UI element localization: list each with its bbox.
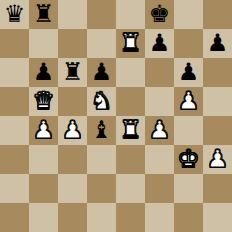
square-b7[interactable] (29, 29, 58, 58)
square-e7[interactable]: ♜ (116, 29, 145, 58)
square-f8[interactable]: ♚ (145, 0, 174, 29)
white-pawn-b4[interactable]: ♟ (33, 116, 55, 145)
square-h2[interactable] (203, 174, 232, 203)
square-h3[interactable]: ♟ (203, 145, 232, 174)
square-e3[interactable] (116, 145, 145, 174)
square-b8[interactable]: ♜ (29, 0, 58, 29)
white-rook-e7[interactable]: ♜ (120, 29, 142, 58)
square-c5[interactable] (58, 87, 87, 116)
square-g7[interactable] (174, 29, 203, 58)
square-c2[interactable] (58, 174, 87, 203)
black-king-f8[interactable]: ♚ (149, 0, 171, 29)
black-rook-b8[interactable]: ♜ (33, 0, 55, 29)
square-d7[interactable] (87, 29, 116, 58)
square-a1[interactable] (0, 203, 29, 232)
square-g6[interactable]: ♟ (174, 58, 203, 87)
square-a7[interactable] (0, 29, 29, 58)
square-d2[interactable] (87, 174, 116, 203)
black-queen-a8[interactable]: ♛ (4, 0, 26, 29)
square-e6[interactable] (116, 58, 145, 87)
square-g4[interactable] (174, 116, 203, 145)
square-e2[interactable] (116, 174, 145, 203)
square-h1[interactable] (203, 203, 232, 232)
square-a3[interactable] (0, 145, 29, 174)
square-f5[interactable] (145, 87, 174, 116)
square-e8[interactable] (116, 0, 145, 29)
square-a8[interactable]: ♛ (0, 0, 29, 29)
square-b4[interactable]: ♟ (29, 116, 58, 145)
square-e4[interactable]: ♜ (116, 116, 145, 145)
square-f4[interactable]: ♟ (145, 116, 174, 145)
square-a6[interactable] (0, 58, 29, 87)
square-b2[interactable] (29, 174, 58, 203)
black-rook-c6[interactable]: ♜ (62, 58, 84, 87)
white-pawn-c4[interactable]: ♟ (62, 116, 84, 145)
square-d1[interactable] (87, 203, 116, 232)
white-knight-d5[interactable]: ♞ (91, 87, 113, 116)
chess-board: ♛♜♚♜♟♟♟♜♟♟♛♞♟♟♟♝♜♟♚♟ (0, 0, 232, 232)
square-e1[interactable] (116, 203, 145, 232)
square-a2[interactable] (0, 174, 29, 203)
square-d8[interactable] (87, 0, 116, 29)
square-g2[interactable] (174, 174, 203, 203)
square-h8[interactable] (203, 0, 232, 29)
square-b6[interactable]: ♟ (29, 58, 58, 87)
black-pawn-d6[interactable]: ♟ (91, 58, 113, 87)
black-pawn-b6[interactable]: ♟ (33, 58, 55, 87)
black-pawn-g6[interactable]: ♟ (178, 58, 200, 87)
square-c6[interactable]: ♜ (58, 58, 87, 87)
square-c1[interactable] (58, 203, 87, 232)
square-c4[interactable]: ♟ (58, 116, 87, 145)
square-f1[interactable] (145, 203, 174, 232)
square-b3[interactable] (29, 145, 58, 174)
square-c8[interactable] (58, 0, 87, 29)
white-pawn-f4[interactable]: ♟ (149, 116, 171, 145)
square-h7[interactable]: ♟ (203, 29, 232, 58)
white-king-g3[interactable]: ♚ (178, 145, 200, 174)
square-d5[interactable]: ♞ (87, 87, 116, 116)
square-a4[interactable] (0, 116, 29, 145)
white-pawn-g5[interactable]: ♟ (178, 87, 200, 116)
square-c7[interactable] (58, 29, 87, 58)
square-d4[interactable]: ♝ (87, 116, 116, 145)
black-pawn-f7[interactable]: ♟ (149, 29, 171, 58)
white-pawn-h3[interactable]: ♟ (207, 145, 229, 174)
square-e5[interactable] (116, 87, 145, 116)
white-queen-b5[interactable]: ♛ (33, 87, 55, 116)
square-b5[interactable]: ♛ (29, 87, 58, 116)
square-a5[interactable] (0, 87, 29, 116)
white-rook-e4[interactable]: ♜ (120, 116, 142, 145)
square-g3[interactable]: ♚ (174, 145, 203, 174)
black-pawn-h7[interactable]: ♟ (207, 29, 229, 58)
black-bishop-d4[interactable]: ♝ (91, 116, 113, 145)
square-c3[interactable] (58, 145, 87, 174)
square-f6[interactable] (145, 58, 174, 87)
square-g8[interactable] (174, 0, 203, 29)
square-h5[interactable] (203, 87, 232, 116)
square-h4[interactable] (203, 116, 232, 145)
square-g1[interactable] (174, 203, 203, 232)
square-d6[interactable]: ♟ (87, 58, 116, 87)
square-d3[interactable] (87, 145, 116, 174)
square-b1[interactable] (29, 203, 58, 232)
square-f7[interactable]: ♟ (145, 29, 174, 58)
square-g5[interactable]: ♟ (174, 87, 203, 116)
square-h6[interactable] (203, 58, 232, 87)
square-f3[interactable] (145, 145, 174, 174)
square-f2[interactable] (145, 174, 174, 203)
